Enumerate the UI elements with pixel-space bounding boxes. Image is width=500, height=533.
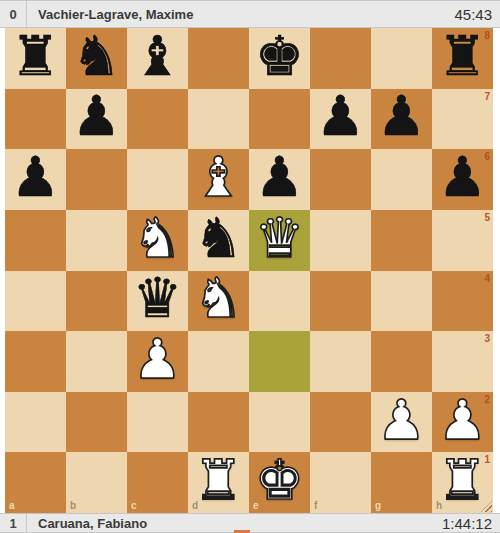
file-label-a: a bbox=[9, 501, 15, 511]
square-c1[interactable]: c bbox=[127, 452, 188, 513]
top-player-name: Vachier-Lagrave, Maxime bbox=[27, 7, 454, 22]
square-c3[interactable]: ♟ bbox=[127, 331, 188, 392]
square-g1[interactable]: g bbox=[371, 452, 432, 513]
square-d5[interactable]: ♞ bbox=[188, 210, 249, 271]
piece-black-pawn-h6[interactable]: ♟ bbox=[438, 150, 487, 205]
square-d3[interactable] bbox=[188, 331, 249, 392]
piece-white-rook-h1[interactable]: ♜ bbox=[438, 453, 487, 508]
square-b5[interactable] bbox=[66, 210, 127, 271]
square-f5[interactable] bbox=[310, 210, 371, 271]
rank-label-3: 3 bbox=[484, 334, 490, 344]
square-g2[interactable]: ♟ bbox=[371, 392, 432, 453]
square-h7[interactable]: 7 bbox=[432, 89, 493, 150]
square-g5[interactable] bbox=[371, 210, 432, 271]
piece-white-queen-e5[interactable]: ♛ bbox=[255, 211, 304, 266]
square-g8[interactable] bbox=[371, 28, 432, 89]
square-g4[interactable] bbox=[371, 271, 432, 332]
piece-black-pawn-e6[interactable]: ♟ bbox=[255, 150, 304, 205]
piece-black-king-e8[interactable]: ♚ bbox=[255, 29, 304, 84]
square-h6[interactable]: 6♟ bbox=[432, 149, 493, 210]
square-g3[interactable] bbox=[371, 331, 432, 392]
square-e2[interactable] bbox=[249, 392, 310, 453]
file-label-c: c bbox=[131, 501, 137, 511]
square-c7[interactable] bbox=[127, 89, 188, 150]
square-h3[interactable]: 3 bbox=[432, 331, 493, 392]
square-a5[interactable] bbox=[5, 210, 66, 271]
piece-black-bishop-c8[interactable]: ♝ bbox=[133, 29, 182, 84]
square-b8[interactable]: ♞ bbox=[66, 28, 127, 89]
square-d6[interactable]: ♝ bbox=[188, 149, 249, 210]
square-b6[interactable] bbox=[66, 149, 127, 210]
square-c5[interactable]: ♞ bbox=[127, 210, 188, 271]
square-b2[interactable] bbox=[66, 392, 127, 453]
square-e5[interactable]: ♛ bbox=[249, 210, 310, 271]
piece-black-knight-b8[interactable]: ♞ bbox=[72, 29, 121, 84]
piece-black-knight-d5[interactable]: ♞ bbox=[194, 211, 243, 266]
file-label-g: g bbox=[375, 501, 381, 511]
square-h2[interactable]: 2♟ bbox=[432, 392, 493, 453]
chess-board[interactable]: ♜♞♝♚8♜♟♟♟7♟♝♟6♟♞♞♛5♛♞4♟3♟2♟abcd♜e♚fg1h♜ bbox=[5, 28, 493, 513]
bottom-player-bar: 1 Caruana, Fabiano 1:44:12 bbox=[0, 513, 500, 533]
rank-label-4: 4 bbox=[484, 274, 490, 284]
square-b1[interactable]: b bbox=[66, 452, 127, 513]
square-a3[interactable] bbox=[5, 331, 66, 392]
square-f2[interactable] bbox=[310, 392, 371, 453]
square-d8[interactable] bbox=[188, 28, 249, 89]
square-f7[interactable]: ♟ bbox=[310, 89, 371, 150]
piece-black-pawn-b7[interactable]: ♟ bbox=[72, 89, 121, 144]
bottom-player-clock: 1:44:12 bbox=[442, 515, 500, 532]
square-c6[interactable] bbox=[127, 149, 188, 210]
rank-label-7: 7 bbox=[484, 92, 490, 102]
square-b4[interactable] bbox=[66, 271, 127, 332]
square-h5[interactable]: 5 bbox=[432, 210, 493, 271]
piece-white-pawn-h2[interactable]: ♟ bbox=[438, 393, 487, 448]
square-c2[interactable] bbox=[127, 392, 188, 453]
square-b3[interactable] bbox=[66, 331, 127, 392]
square-e1[interactable]: e♚ bbox=[249, 452, 310, 513]
square-h1[interactable]: 1h♜ bbox=[432, 452, 493, 513]
piece-white-bishop-d6[interactable]: ♝ bbox=[194, 150, 243, 205]
square-a2[interactable] bbox=[5, 392, 66, 453]
piece-black-pawn-a6[interactable]: ♟ bbox=[11, 150, 60, 205]
piece-black-pawn-g7[interactable]: ♟ bbox=[377, 89, 426, 144]
file-label-f: f bbox=[314, 501, 317, 511]
square-f1[interactable]: f bbox=[310, 452, 371, 513]
square-e8[interactable]: ♚ bbox=[249, 28, 310, 89]
square-h4[interactable]: 4 bbox=[432, 271, 493, 332]
piece-black-rook-h8[interactable]: ♜ bbox=[438, 29, 487, 84]
square-f3[interactable] bbox=[310, 331, 371, 392]
square-c8[interactable]: ♝ bbox=[127, 28, 188, 89]
square-a1[interactable]: a bbox=[5, 452, 66, 513]
square-h8[interactable]: 8♜ bbox=[432, 28, 493, 89]
square-e6[interactable]: ♟ bbox=[249, 149, 310, 210]
square-a7[interactable] bbox=[5, 89, 66, 150]
piece-white-knight-c5[interactable]: ♞ bbox=[133, 211, 182, 266]
piece-white-pawn-g2[interactable]: ♟ bbox=[377, 393, 426, 448]
piece-white-pawn-c3[interactable]: ♟ bbox=[133, 332, 182, 387]
square-a4[interactable] bbox=[5, 271, 66, 332]
square-d4[interactable]: ♞ bbox=[188, 271, 249, 332]
square-a6[interactable]: ♟ bbox=[5, 149, 66, 210]
piece-white-rook-d1[interactable]: ♜ bbox=[194, 453, 243, 508]
square-g7[interactable]: ♟ bbox=[371, 89, 432, 150]
file-label-b: b bbox=[70, 501, 76, 511]
piece-black-pawn-f7[interactable]: ♟ bbox=[316, 89, 365, 144]
square-d7[interactable] bbox=[188, 89, 249, 150]
square-a8[interactable]: ♜ bbox=[5, 28, 66, 89]
square-c4[interactable]: ♛ bbox=[127, 271, 188, 332]
square-f6[interactable] bbox=[310, 149, 371, 210]
piece-black-rook-a8[interactable]: ♜ bbox=[11, 29, 60, 84]
square-e3[interactable] bbox=[249, 331, 310, 392]
piece-black-queen-c4[interactable]: ♛ bbox=[133, 271, 182, 326]
piece-white-king-e1[interactable]: ♚ bbox=[255, 453, 304, 508]
square-f8[interactable] bbox=[310, 28, 371, 89]
top-player-clock: 45:43 bbox=[454, 6, 500, 23]
square-d2[interactable] bbox=[188, 392, 249, 453]
square-g6[interactable] bbox=[371, 149, 432, 210]
square-e4[interactable] bbox=[249, 271, 310, 332]
square-f4[interactable] bbox=[310, 271, 371, 332]
rank-label-5: 5 bbox=[484, 213, 490, 223]
square-e7[interactable] bbox=[249, 89, 310, 150]
square-b7[interactable]: ♟ bbox=[66, 89, 127, 150]
square-d1[interactable]: d♜ bbox=[188, 452, 249, 513]
piece-white-knight-d4[interactable]: ♞ bbox=[194, 271, 243, 326]
bottom-player-name: Caruana, Fabiano bbox=[27, 516, 442, 531]
bottom-player-score: 1 bbox=[0, 514, 27, 532]
